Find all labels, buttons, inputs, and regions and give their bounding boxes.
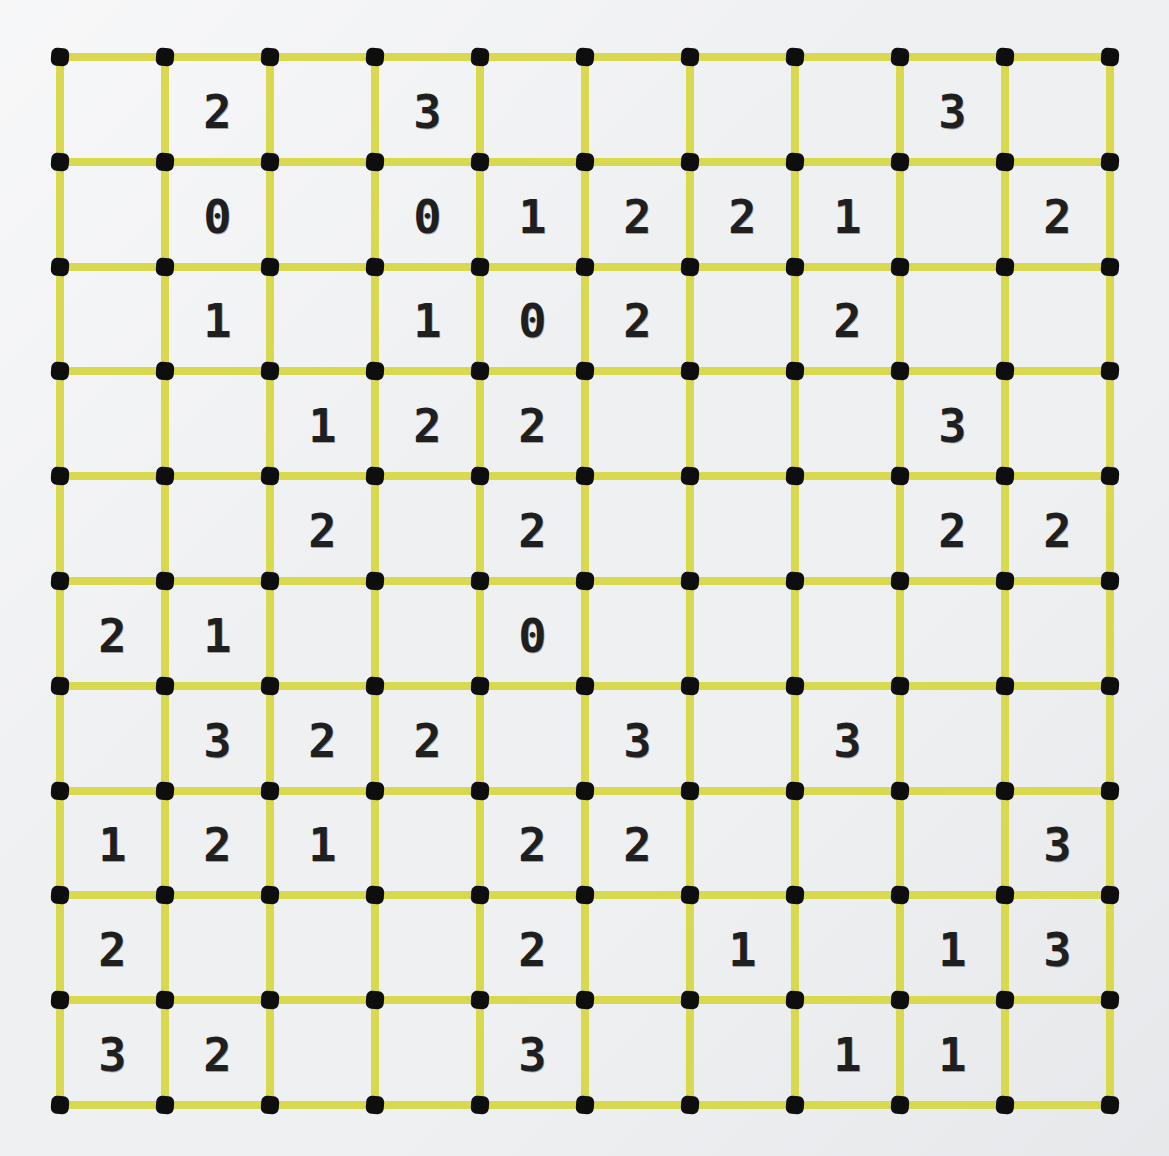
dot-4-2 — [260, 467, 279, 486]
dot-6-2 — [260, 676, 279, 695]
dot-8-2 — [260, 886, 279, 905]
cell-6-1: 3 — [165, 686, 270, 791]
cell-2-2 — [270, 267, 375, 372]
dot-2-2 — [260, 257, 279, 276]
cell-7-8 — [900, 791, 1005, 896]
dot-7-3 — [365, 781, 384, 800]
cell-5-9 — [1005, 581, 1110, 686]
clue-7-4: 2 — [518, 821, 546, 868]
cell-6-6 — [690, 686, 795, 791]
clue-5-4: 0 — [518, 612, 546, 659]
dot-6-4 — [470, 676, 489, 695]
dot-1-6 — [680, 152, 699, 171]
cell-0-9 — [1005, 57, 1110, 162]
cell-9-0: 3 — [60, 1000, 165, 1105]
cell-3-7 — [795, 371, 900, 476]
cell-4-8: 2 — [900, 476, 1005, 581]
cell-2-4: 0 — [480, 267, 585, 372]
dot-0-9 — [995, 47, 1014, 66]
dot-1-7 — [785, 152, 804, 171]
dot-6-6 — [680, 676, 699, 695]
cell-6-2: 2 — [270, 686, 375, 791]
clue-2-4: 0 — [518, 297, 546, 344]
dot-7-0 — [50, 781, 69, 800]
dot-8-0 — [50, 886, 69, 905]
cell-6-8 — [900, 686, 1005, 791]
clue-1-6: 2 — [728, 193, 756, 240]
dot-4-1 — [155, 467, 174, 486]
cell-1-2 — [270, 162, 375, 267]
cell-3-8: 3 — [900, 371, 1005, 476]
clue-4-2: 2 — [308, 507, 336, 554]
dot-0-7 — [785, 47, 804, 66]
dot-1-9 — [995, 152, 1014, 171]
dot-7-2 — [260, 781, 279, 800]
dot-5-8 — [890, 571, 909, 590]
dot-2-1 — [155, 257, 174, 276]
cell-7-6 — [690, 791, 795, 896]
cell-5-2 — [270, 581, 375, 686]
dot-5-6 — [680, 571, 699, 590]
dot-7-4 — [470, 781, 489, 800]
cell-0-4 — [480, 57, 585, 162]
cell-8-5 — [585, 895, 690, 1000]
clue-9-4: 3 — [518, 1031, 546, 1078]
dot-5-4 — [470, 571, 489, 590]
cell-8-7 — [795, 895, 900, 1000]
cell-7-3 — [375, 791, 480, 896]
clue-4-8: 2 — [938, 507, 966, 554]
cell-1-6: 2 — [690, 162, 795, 267]
clue-6-2: 2 — [308, 717, 336, 764]
clue-4-4: 2 — [518, 507, 546, 554]
clue-2-3: 1 — [413, 297, 441, 344]
dot-3-6 — [680, 362, 699, 381]
cell-1-9: 2 — [1005, 162, 1110, 267]
cell-8-3 — [375, 895, 480, 1000]
dot-9-4 — [470, 991, 489, 1010]
dot-7-8 — [890, 781, 909, 800]
clue-8-6: 1 — [728, 926, 756, 973]
dot-2-7 — [785, 257, 804, 276]
dot-6-1 — [155, 676, 174, 695]
clue-9-1: 2 — [203, 1031, 231, 1078]
dot-4-0 — [50, 467, 69, 486]
dot-9-1 — [155, 991, 174, 1010]
dot-0-0 — [50, 47, 69, 66]
cell-1-1: 0 — [165, 162, 270, 267]
cell-4-5 — [585, 476, 690, 581]
cell-0-2 — [270, 57, 375, 162]
dot-9-7 — [785, 991, 804, 1010]
cell-4-2: 2 — [270, 476, 375, 581]
dot-0-5 — [575, 47, 594, 66]
cell-3-2: 1 — [270, 371, 375, 476]
dot-9-8 — [890, 991, 909, 1010]
clue-7-5: 2 — [623, 821, 651, 868]
cell-5-5 — [585, 581, 690, 686]
cell-6-7: 3 — [795, 686, 900, 791]
dot-6-0 — [50, 676, 69, 695]
cell-7-5: 2 — [585, 791, 690, 896]
dot-8-6 — [680, 886, 699, 905]
dot-6-9 — [995, 676, 1014, 695]
cell-4-4: 2 — [480, 476, 585, 581]
dot-2-3 — [365, 257, 384, 276]
dot-3-1 — [155, 362, 174, 381]
cell-9-8: 1 — [900, 1000, 1005, 1105]
cell-2-7: 2 — [795, 267, 900, 372]
dot-5-0 — [50, 571, 69, 590]
cell-2-8 — [900, 267, 1005, 372]
clue-6-3: 2 — [413, 717, 441, 764]
cell-6-5: 3 — [585, 686, 690, 791]
dot-2-10 — [1100, 257, 1119, 276]
cell-4-0 — [60, 476, 165, 581]
cell-3-3: 2 — [375, 371, 480, 476]
cell-7-1: 2 — [165, 791, 270, 896]
clue-3-4: 2 — [518, 402, 546, 449]
dot-8-3 — [365, 886, 384, 905]
cell-5-1: 1 — [165, 581, 270, 686]
clue-8-4: 2 — [518, 926, 546, 973]
dot-6-3 — [365, 676, 384, 695]
clue-2-5: 2 — [623, 297, 651, 344]
clue-9-7: 1 — [833, 1031, 861, 1078]
cell-6-0 — [60, 686, 165, 791]
page-background: 2330012212110221223222221032233121223221… — [0, 0, 1169, 1156]
cell-9-4: 3 — [480, 1000, 585, 1105]
dot-7-9 — [995, 781, 1014, 800]
dot-6-7 — [785, 676, 804, 695]
cell-6-4 — [480, 686, 585, 791]
dot-6-10 — [1100, 676, 1119, 695]
dot-2-4 — [470, 257, 489, 276]
dot-4-3 — [365, 467, 384, 486]
dot-10-7 — [785, 1095, 804, 1114]
dot-8-5 — [575, 886, 594, 905]
dot-4-6 — [680, 467, 699, 486]
clue-8-8: 1 — [938, 926, 966, 973]
dot-9-10 — [1100, 991, 1119, 1010]
clue-6-5: 3 — [623, 717, 651, 764]
dot-0-10 — [1100, 47, 1119, 66]
dot-1-0 — [50, 152, 69, 171]
dot-5-7 — [785, 571, 804, 590]
cell-7-0: 1 — [60, 791, 165, 896]
cell-4-1 — [165, 476, 270, 581]
dot-4-10 — [1100, 467, 1119, 486]
cell-1-8 — [900, 162, 1005, 267]
cell-3-1 — [165, 371, 270, 476]
clue-3-2: 1 — [308, 402, 336, 449]
dot-10-2 — [260, 1095, 279, 1114]
dot-5-3 — [365, 571, 384, 590]
clue-7-1: 2 — [203, 821, 231, 868]
clue-9-8: 1 — [938, 1031, 966, 1078]
clue-0-3: 3 — [413, 88, 441, 135]
cell-3-6 — [690, 371, 795, 476]
cell-4-6 — [690, 476, 795, 581]
cell-9-9 — [1005, 1000, 1110, 1105]
clue-1-7: 1 — [833, 193, 861, 240]
cell-5-0: 2 — [60, 581, 165, 686]
cell-7-7 — [795, 791, 900, 896]
cell-6-3: 2 — [375, 686, 480, 791]
dot-8-8 — [890, 886, 909, 905]
cell-0-1: 2 — [165, 57, 270, 162]
clue-5-1: 1 — [203, 612, 231, 659]
cell-0-0 — [60, 57, 165, 162]
dot-9-0 — [50, 991, 69, 1010]
dot-1-4 — [470, 152, 489, 171]
slitherlink-board: 2330012212110221223222221032233121223221… — [60, 57, 1110, 1105]
dot-8-7 — [785, 886, 804, 905]
dot-8-1 — [155, 886, 174, 905]
cell-8-2 — [270, 895, 375, 1000]
clue-4-9: 2 — [1043, 507, 1071, 554]
cell-8-8: 1 — [900, 895, 1005, 1000]
dot-2-6 — [680, 257, 699, 276]
cell-8-9: 3 — [1005, 895, 1110, 1000]
cell-9-3 — [375, 1000, 480, 1105]
cell-3-4: 2 — [480, 371, 585, 476]
cell-9-1: 2 — [165, 1000, 270, 1105]
dot-5-10 — [1100, 571, 1119, 590]
dot-10-1 — [155, 1095, 174, 1114]
cell-7-2: 1 — [270, 791, 375, 896]
clue-2-7: 2 — [833, 297, 861, 344]
cell-1-0 — [60, 162, 165, 267]
dot-0-1 — [155, 47, 174, 66]
dot-0-4 — [470, 47, 489, 66]
clue-2-1: 1 — [203, 297, 231, 344]
dot-10-3 — [365, 1095, 384, 1114]
dot-3-8 — [890, 362, 909, 381]
cell-4-9: 2 — [1005, 476, 1110, 581]
dot-3-4 — [470, 362, 489, 381]
dot-4-5 — [575, 467, 594, 486]
clue-1-3: 0 — [413, 193, 441, 240]
dot-8-10 — [1100, 886, 1119, 905]
dot-8-9 — [995, 886, 1014, 905]
cell-7-4: 2 — [480, 791, 585, 896]
dot-2-9 — [995, 257, 1014, 276]
clue-1-1: 0 — [203, 193, 231, 240]
dot-0-8 — [890, 47, 909, 66]
dot-7-10 — [1100, 781, 1119, 800]
cell-5-3 — [375, 581, 480, 686]
cell-8-4: 2 — [480, 895, 585, 1000]
cell-1-4: 1 — [480, 162, 585, 267]
dot-2-5 — [575, 257, 594, 276]
dot-1-1 — [155, 152, 174, 171]
dot-7-1 — [155, 781, 174, 800]
dot-0-6 — [680, 47, 699, 66]
clue-5-0: 2 — [98, 612, 126, 659]
cell-6-9 — [1005, 686, 1110, 791]
dot-6-5 — [575, 676, 594, 695]
dot-3-9 — [995, 362, 1014, 381]
dot-5-1 — [155, 571, 174, 590]
cell-9-2 — [270, 1000, 375, 1105]
dot-7-6 — [680, 781, 699, 800]
cell-8-6: 1 — [690, 895, 795, 1000]
dot-10-8 — [890, 1095, 909, 1114]
dot-0-2 — [260, 47, 279, 66]
clue-6-1: 3 — [203, 717, 231, 764]
dot-4-4 — [470, 467, 489, 486]
dot-9-3 — [365, 991, 384, 1010]
cell-9-5 — [585, 1000, 690, 1105]
dot-6-8 — [890, 676, 909, 695]
clue-7-0: 1 — [98, 821, 126, 868]
dot-9-5 — [575, 991, 594, 1010]
dot-3-2 — [260, 362, 279, 381]
dot-4-7 — [785, 467, 804, 486]
dot-3-10 — [1100, 362, 1119, 381]
cell-2-9 — [1005, 267, 1110, 372]
cell-8-1 — [165, 895, 270, 1000]
cell-1-5: 2 — [585, 162, 690, 267]
cell-8-0: 2 — [60, 895, 165, 1000]
clue-0-1: 2 — [203, 88, 231, 135]
dot-4-9 — [995, 467, 1014, 486]
dot-2-8 — [890, 257, 909, 276]
cell-7-9: 3 — [1005, 791, 1110, 896]
cell-0-7 — [795, 57, 900, 162]
dot-10-0 — [50, 1095, 69, 1114]
cell-5-4: 0 — [480, 581, 585, 686]
clue-7-2: 1 — [308, 821, 336, 868]
cell-2-1: 1 — [165, 267, 270, 372]
dot-10-10 — [1100, 1095, 1119, 1114]
cell-9-7: 1 — [795, 1000, 900, 1105]
cell-2-5: 2 — [585, 267, 690, 372]
cell-0-5 — [585, 57, 690, 162]
dot-3-5 — [575, 362, 594, 381]
clue-3-3: 2 — [413, 402, 441, 449]
dot-7-7 — [785, 781, 804, 800]
cell-3-0 — [60, 371, 165, 476]
dot-1-2 — [260, 152, 279, 171]
dot-8-4 — [470, 886, 489, 905]
clue-9-0: 3 — [98, 1031, 126, 1078]
clue-3-8: 3 — [938, 402, 966, 449]
clue-1-9: 2 — [1043, 193, 1071, 240]
dot-9-2 — [260, 991, 279, 1010]
cell-5-6 — [690, 581, 795, 686]
dot-10-6 — [680, 1095, 699, 1114]
clue-0-8: 3 — [938, 88, 966, 135]
dot-5-9 — [995, 571, 1014, 590]
cell-0-3: 3 — [375, 57, 480, 162]
cell-1-7: 1 — [795, 162, 900, 267]
cell-5-8 — [900, 581, 1005, 686]
dot-9-6 — [680, 991, 699, 1010]
dot-1-10 — [1100, 152, 1119, 171]
dot-1-5 — [575, 152, 594, 171]
dot-7-5 — [575, 781, 594, 800]
cell-5-7 — [795, 581, 900, 686]
dot-5-5 — [575, 571, 594, 590]
cell-1-3: 0 — [375, 162, 480, 267]
dot-5-2 — [260, 571, 279, 590]
cell-0-8: 3 — [900, 57, 1005, 162]
dot-10-5 — [575, 1095, 594, 1114]
cell-0-6 — [690, 57, 795, 162]
cell-3-9 — [1005, 371, 1110, 476]
clue-8-9: 3 — [1043, 926, 1071, 973]
clue-6-7: 3 — [833, 717, 861, 764]
dot-10-4 — [470, 1095, 489, 1114]
dot-3-3 — [365, 362, 384, 381]
cell-2-0 — [60, 267, 165, 372]
clue-1-4: 1 — [518, 193, 546, 240]
dot-3-7 — [785, 362, 804, 381]
dot-10-9 — [995, 1095, 1014, 1114]
cell-4-7 — [795, 476, 900, 581]
cell-2-6 — [690, 267, 795, 372]
cell-4-3 — [375, 476, 480, 581]
dot-3-0 — [50, 362, 69, 381]
dot-2-0 — [50, 257, 69, 276]
dot-1-3 — [365, 152, 384, 171]
clue-7-9: 3 — [1043, 821, 1071, 868]
dot-0-3 — [365, 47, 384, 66]
cell-2-3: 1 — [375, 267, 480, 372]
dot-4-8 — [890, 467, 909, 486]
cell-3-5 — [585, 371, 690, 476]
clue-1-5: 2 — [623, 193, 651, 240]
dot-1-8 — [890, 152, 909, 171]
dot-9-9 — [995, 991, 1014, 1010]
cell-9-6 — [690, 1000, 795, 1105]
clue-8-0: 2 — [98, 926, 126, 973]
